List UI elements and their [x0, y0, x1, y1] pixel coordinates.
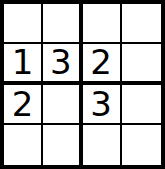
- cell-r4c3[interactable]: [83, 125, 122, 165]
- cell-r2c2[interactable]: 3: [43, 44, 82, 84]
- cell-r2c1[interactable]: 1: [4, 44, 43, 84]
- cell-r4c1[interactable]: [4, 125, 43, 165]
- cell-r1c4[interactable]: [122, 4, 161, 44]
- cell-r2c3[interactable]: 2: [83, 44, 122, 84]
- cell-r4c2[interactable]: [43, 125, 82, 165]
- cell-r4c4[interactable]: [122, 125, 161, 165]
- cell-r3c4[interactable]: [122, 85, 161, 125]
- cell-r2c4[interactable]: [122, 44, 161, 84]
- cell-r3c3[interactable]: 3: [83, 85, 122, 125]
- cell-r1c1[interactable]: [4, 4, 43, 44]
- cell-r1c2[interactable]: [43, 4, 82, 44]
- sudoku-board: 13223: [0, 0, 165, 169]
- cell-r1c3[interactable]: [83, 4, 122, 44]
- cell-r3c2[interactable]: [43, 85, 82, 125]
- cell-r3c1[interactable]: 2: [4, 85, 43, 125]
